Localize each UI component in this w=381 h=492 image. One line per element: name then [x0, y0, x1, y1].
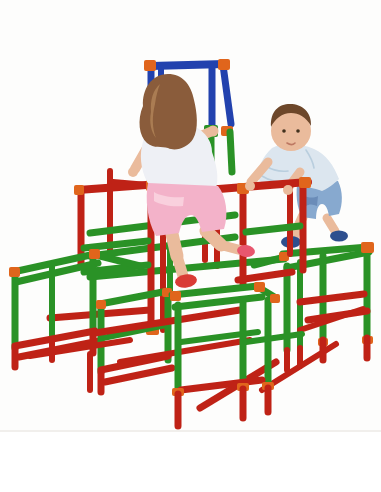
connector: [254, 282, 265, 292]
base-right-cube: [254, 242, 374, 370]
girl-hand: [208, 126, 219, 137]
girl-shorts: [147, 183, 227, 236]
connector: [299, 177, 311, 188]
connector: [89, 249, 100, 259]
connector: [96, 300, 106, 309]
page: [0, 0, 381, 492]
center-front-cube: [170, 282, 302, 426]
connector: [74, 185, 84, 195]
connector: [9, 267, 20, 277]
girl-hair: [140, 74, 197, 149]
girl-figure: [128, 74, 256, 289]
product-photo: [0, 0, 381, 432]
girl-hand: [128, 167, 138, 177]
boy-hand: [245, 181, 255, 191]
boy-shoe: [330, 231, 348, 242]
connector: [218, 59, 230, 70]
boy-hand: [283, 185, 293, 195]
connector: [361, 242, 374, 253]
connector: [270, 294, 280, 303]
connector: [170, 291, 181, 301]
connector: [144, 60, 156, 71]
climbing-frame-illustration: [0, 0, 381, 430]
